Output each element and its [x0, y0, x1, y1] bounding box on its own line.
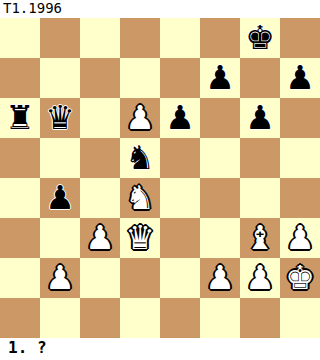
square-f3[interactable]	[200, 218, 240, 258]
square-b2[interactable]: ♟	[40, 258, 80, 298]
square-c6[interactable]	[80, 98, 120, 138]
square-h8[interactable]	[280, 18, 320, 58]
square-b4[interactable]: ♟	[40, 178, 80, 218]
square-d1[interactable]	[120, 298, 160, 338]
piece-white-knight[interactable]: ♞	[125, 178, 155, 218]
square-f5[interactable]	[200, 138, 240, 178]
square-c4[interactable]	[80, 178, 120, 218]
square-e8[interactable]	[160, 18, 200, 58]
square-a8[interactable]	[0, 18, 40, 58]
square-g3[interactable]: ♝	[240, 218, 280, 258]
square-f4[interactable]	[200, 178, 240, 218]
square-b1[interactable]	[40, 298, 80, 338]
square-b7[interactable]	[40, 58, 80, 98]
square-c7[interactable]	[80, 58, 120, 98]
piece-black-pawn[interactable]: ♟	[285, 58, 315, 98]
square-g7[interactable]	[240, 58, 280, 98]
piece-white-pawn[interactable]: ♟	[245, 258, 275, 298]
square-e5[interactable]	[160, 138, 200, 178]
piece-black-pawn[interactable]: ♟	[245, 98, 275, 138]
square-c2[interactable]	[80, 258, 120, 298]
square-f6[interactable]	[200, 98, 240, 138]
square-d6[interactable]: ♟	[120, 98, 160, 138]
square-g5[interactable]	[240, 138, 280, 178]
square-c5[interactable]	[80, 138, 120, 178]
square-d8[interactable]	[120, 18, 160, 58]
square-c8[interactable]	[80, 18, 120, 58]
square-b5[interactable]	[40, 138, 80, 178]
square-f8[interactable]	[200, 18, 240, 58]
piece-white-pawn[interactable]: ♟	[285, 218, 315, 258]
piece-black-pawn[interactable]: ♟	[205, 58, 235, 98]
square-a4[interactable]	[0, 178, 40, 218]
square-a1[interactable]	[0, 298, 40, 338]
piece-white-king[interactable]: ♚	[285, 258, 315, 298]
square-b3[interactable]	[40, 218, 80, 258]
square-a6[interactable]: ♜	[0, 98, 40, 138]
square-h3[interactable]: ♟	[280, 218, 320, 258]
square-f2[interactable]: ♟	[200, 258, 240, 298]
square-g6[interactable]: ♟	[240, 98, 280, 138]
square-h2[interactable]: ♚	[280, 258, 320, 298]
piece-black-king[interactable]: ♚	[245, 18, 275, 58]
diagram-title: T1.1996	[0, 0, 320, 18]
square-c3[interactable]: ♟	[80, 218, 120, 258]
square-g8[interactable]: ♚	[240, 18, 280, 58]
square-a3[interactable]	[0, 218, 40, 258]
square-f1[interactable]	[200, 298, 240, 338]
square-a7[interactable]	[0, 58, 40, 98]
square-h5[interactable]	[280, 138, 320, 178]
piece-black-queen[interactable]: ♛	[45, 98, 75, 138]
piece-black-knight[interactable]: ♞	[125, 138, 155, 178]
piece-white-pawn[interactable]: ♟	[205, 258, 235, 298]
square-h4[interactable]	[280, 178, 320, 218]
move-prompt: 1. ?	[0, 338, 320, 360]
square-e1[interactable]	[160, 298, 200, 338]
square-h6[interactable]	[280, 98, 320, 138]
square-h1[interactable]	[280, 298, 320, 338]
square-e6[interactable]: ♟	[160, 98, 200, 138]
square-g1[interactable]	[240, 298, 280, 338]
square-d2[interactable]	[120, 258, 160, 298]
square-b6[interactable]: ♛	[40, 98, 80, 138]
square-f7[interactable]: ♟	[200, 58, 240, 98]
piece-white-pawn[interactable]: ♟	[45, 258, 75, 298]
piece-white-pawn[interactable]: ♟	[85, 218, 115, 258]
piece-white-bishop[interactable]: ♝	[245, 218, 275, 258]
square-a2[interactable]	[0, 258, 40, 298]
piece-black-rook[interactable]: ♜	[5, 98, 35, 138]
square-d7[interactable]	[120, 58, 160, 98]
piece-white-pawn[interactable]: ♟	[125, 98, 155, 138]
square-d4[interactable]: ♞	[120, 178, 160, 218]
piece-black-pawn[interactable]: ♟	[45, 178, 75, 218]
piece-black-pawn[interactable]: ♟	[165, 98, 195, 138]
square-e7[interactable]	[160, 58, 200, 98]
square-e4[interactable]	[160, 178, 200, 218]
square-e2[interactable]	[160, 258, 200, 298]
square-e3[interactable]	[160, 218, 200, 258]
square-a5[interactable]	[0, 138, 40, 178]
square-b8[interactable]	[40, 18, 80, 58]
square-d3[interactable]: ♛	[120, 218, 160, 258]
square-d5[interactable]: ♞	[120, 138, 160, 178]
square-g2[interactable]: ♟	[240, 258, 280, 298]
square-c1[interactable]	[80, 298, 120, 338]
square-h7[interactable]: ♟	[280, 58, 320, 98]
chess-diagram-page: T1.1996 ♚♟♟♜♛♟♟♟♞♟♞♟♛♝♟♟♟♟♚ 1. ?	[0, 0, 320, 360]
chess-board: ♚♟♟♜♛♟♟♟♞♟♞♟♛♝♟♟♟♟♚	[0, 18, 320, 338]
piece-white-queen[interactable]: ♛	[125, 218, 155, 258]
square-g4[interactable]	[240, 178, 280, 218]
